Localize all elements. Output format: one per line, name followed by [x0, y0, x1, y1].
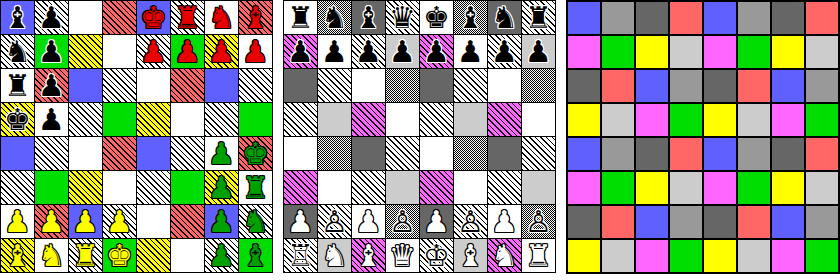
square-b7[interactable]: ♟ [318, 35, 351, 68]
square-h7[interactable]: ♟ [522, 35, 555, 68]
square-e4 [704, 138, 736, 170]
square-a7[interactable]: ♞ [1, 35, 34, 68]
square-e2[interactable]: ♟ [420, 205, 453, 238]
square-a5[interactable]: ♚ [1, 103, 34, 136]
square-c7 [636, 36, 668, 68]
square-a4[interactable] [284, 137, 317, 170]
square-d2[interactable]: ♙ [386, 205, 419, 238]
square-d4[interactable] [103, 137, 136, 170]
red-pawn: ♟ [208, 37, 235, 67]
square-e7 [704, 36, 736, 68]
white-rook: ♜ [525, 241, 552, 271]
square-a8[interactable]: ♜ [284, 1, 317, 34]
square-d1[interactable]: ♛ [386, 239, 419, 272]
white-knight: ♞ [321, 241, 348, 271]
square-b5[interactable] [318, 103, 351, 136]
square-c8 [636, 2, 668, 34]
black-knight: ♞ [491, 3, 518, 33]
black-king: ♚ [423, 3, 450, 33]
square-d5[interactable] [386, 103, 419, 136]
square-b3[interactable] [318, 171, 351, 204]
square-d4[interactable] [386, 137, 419, 170]
square-d6[interactable] [103, 69, 136, 102]
red-rook: ♜ [174, 3, 201, 33]
square-b5[interactable]: ♟ [35, 103, 68, 136]
square-f8 [738, 2, 770, 34]
square-g3[interactable]: ♟ [205, 171, 238, 204]
square-b4[interactable] [35, 137, 68, 170]
square-b6[interactable]: ♟ [35, 69, 68, 102]
square-d7[interactable] [103, 35, 136, 68]
square-g3[interactable] [488, 171, 521, 204]
square-d8 [670, 2, 702, 34]
square-e4[interactable] [137, 137, 170, 170]
square-a3[interactable] [284, 171, 317, 204]
square-h8[interactable]: ♜ [522, 1, 555, 34]
white-pawn: ♟ [491, 207, 518, 237]
square-b1[interactable]: ♞ [35, 239, 68, 272]
square-e2 [704, 206, 736, 238]
square-b5 [602, 104, 634, 136]
yellow-bishop: ♝ [4, 241, 31, 271]
square-d4 [670, 138, 702, 170]
square-a8 [568, 2, 600, 34]
black-pawn: ♟ [38, 71, 65, 101]
square-b7 [602, 36, 634, 68]
square-a6 [568, 70, 600, 102]
black-rook: ♜ [4, 71, 31, 101]
square-e5[interactable] [137, 103, 170, 136]
square-a3 [568, 172, 600, 204]
green-bishop: ♝ [242, 241, 269, 271]
square-h7 [806, 36, 838, 68]
black-pawn: ♟ [423, 37, 450, 67]
square-g5[interactable] [205, 103, 238, 136]
black-knight: ♞ [321, 3, 348, 33]
square-b6 [602, 70, 634, 102]
green-pawn: ♟ [208, 139, 235, 169]
yellow-pawn: ♟ [72, 207, 99, 237]
square-d6[interactable] [386, 69, 419, 102]
square-c6[interactable] [352, 69, 385, 102]
square-h5[interactable] [239, 103, 272, 136]
square-f6 [738, 70, 770, 102]
white-pawn: ♟ [423, 207, 450, 237]
white-rook: ♖ [287, 241, 314, 271]
black-rook: ♜ [525, 3, 552, 33]
square-c4[interactable] [69, 137, 102, 170]
square-e8 [704, 2, 736, 34]
square-a6[interactable]: ♜ [1, 69, 34, 102]
square-f2[interactable] [171, 205, 204, 238]
square-a7[interactable]: ♟ [284, 35, 317, 68]
square-g6[interactable] [205, 69, 238, 102]
black-king: ♚ [4, 105, 31, 135]
square-d3[interactable] [386, 171, 419, 204]
square-d5 [670, 104, 702, 136]
square-a2[interactable]: ♟ [1, 205, 34, 238]
green-pawn: ♟ [208, 241, 235, 271]
square-a2 [568, 206, 600, 238]
square-e3[interactable] [137, 171, 170, 204]
square-b6[interactable] [318, 69, 351, 102]
square-b2 [602, 206, 634, 238]
red-bishop: ♝ [242, 3, 269, 33]
square-e3[interactable] [420, 171, 453, 204]
red-king: ♚ [140, 3, 167, 33]
square-f8[interactable]: ♝ [454, 1, 487, 34]
square-f8[interactable]: ♜ [171, 1, 204, 34]
white-pawn: ♟ [355, 207, 382, 237]
red-knight: ♞ [208, 3, 235, 33]
square-h6 [806, 70, 838, 102]
square-a2[interactable]: ♟ [284, 205, 317, 238]
black-pawn: ♟ [38, 105, 65, 135]
white-pawn: ♟ [287, 207, 314, 237]
square-c6 [636, 70, 668, 102]
square-e2[interactable] [137, 205, 170, 238]
square-d5[interactable] [103, 103, 136, 136]
square-c1[interactable]: ♜ [69, 239, 102, 272]
square-f2 [738, 206, 770, 238]
square-f7[interactable]: ♟ [171, 35, 204, 68]
square-b4[interactable] [318, 137, 351, 170]
square-a4[interactable] [1, 137, 34, 170]
black-pawn: ♟ [38, 37, 65, 67]
square-f1 [738, 240, 770, 272]
square-b2[interactable]: ♟ [35, 205, 68, 238]
square-c1 [636, 240, 668, 272]
square-f4 [738, 138, 770, 170]
green-pawn: ♟ [208, 173, 235, 203]
black-queen: ♛ [389, 3, 416, 33]
square-g2[interactable]: ♟ [205, 205, 238, 238]
black-pawn: ♟ [287, 37, 314, 67]
square-h2 [806, 206, 838, 238]
square-g2 [772, 206, 804, 238]
square-b8 [602, 2, 634, 34]
black-bishop: ♝ [355, 3, 382, 33]
square-h2[interactable]: ♞ [239, 205, 272, 238]
black-bishop: ♝ [457, 3, 484, 33]
square-e7[interactable]: ♟ [420, 35, 453, 68]
square-e1[interactable]: ♔ [420, 239, 453, 272]
square-e7[interactable]: ♟ [137, 35, 170, 68]
square-c4 [636, 138, 668, 170]
square-b1 [602, 240, 634, 272]
black-pawn: ♟ [321, 37, 348, 67]
square-f7 [738, 36, 770, 68]
square-h6[interactable] [522, 69, 555, 102]
square-c3 [636, 172, 668, 204]
square-g3 [772, 172, 804, 204]
square-b1[interactable]: ♞ [318, 239, 351, 272]
square-a5 [568, 104, 600, 136]
square-a1[interactable]: ♝ [1, 239, 34, 272]
black-bishop: ♝ [4, 3, 31, 33]
square-f3[interactable] [454, 171, 487, 204]
square-h3[interactable]: ♜ [239, 171, 272, 204]
white-bishop: ♝ [355, 241, 382, 271]
square-c8[interactable]: ♝ [352, 1, 385, 34]
square-f4[interactable] [171, 137, 204, 170]
square-a3[interactable] [1, 171, 34, 204]
square-f5[interactable] [171, 103, 204, 136]
square-g7[interactable]: ♟ [205, 35, 238, 68]
square-f3 [738, 172, 770, 204]
square-g5[interactable] [488, 103, 521, 136]
square-b8[interactable]: ♟ [35, 1, 68, 34]
square-g7 [772, 36, 804, 68]
square-c3[interactable] [69, 171, 102, 204]
square-f2[interactable]: ♙ [454, 205, 487, 238]
black-pawn: ♟ [525, 37, 552, 67]
square-g7[interactable]: ♟ [488, 35, 521, 68]
white-pawn: ♙ [457, 207, 484, 237]
square-h2[interactable]: ♙ [522, 205, 555, 238]
board-color-legend [566, 0, 840, 274]
square-h4 [806, 138, 838, 170]
black-pawn: ♟ [491, 37, 518, 67]
square-e1 [704, 240, 736, 272]
square-h8 [806, 2, 838, 34]
square-g1 [772, 240, 804, 272]
square-e6 [704, 70, 736, 102]
square-f5[interactable] [454, 103, 487, 136]
square-e8[interactable]: ♚ [420, 1, 453, 34]
white-pawn: ♙ [525, 207, 552, 237]
square-f1[interactable] [171, 239, 204, 272]
square-d2 [670, 206, 702, 238]
green-rook: ♜ [242, 173, 269, 203]
square-g8 [772, 2, 804, 34]
square-c2 [636, 206, 668, 238]
red-pawn: ♟ [140, 37, 167, 67]
square-b2[interactable]: ♙ [318, 205, 351, 238]
square-c2[interactable]: ♟ [352, 205, 385, 238]
green-knight: ♞ [242, 207, 269, 237]
square-c4[interactable] [352, 137, 385, 170]
yellow-knight: ♞ [38, 241, 65, 271]
square-f5 [738, 104, 770, 136]
square-g6 [772, 70, 804, 102]
square-c7[interactable]: ♟ [352, 35, 385, 68]
yellow-pawn: ♟ [4, 207, 31, 237]
square-h1 [806, 240, 838, 272]
square-a5[interactable] [284, 103, 317, 136]
square-b7[interactable]: ♟ [35, 35, 68, 68]
square-c5[interactable] [352, 103, 385, 136]
black-rook: ♜ [287, 3, 314, 33]
green-king: ♚ [242, 139, 269, 169]
square-e8[interactable]: ♚ [137, 1, 170, 34]
square-h4[interactable]: ♚ [239, 137, 272, 170]
yellow-pawn: ♟ [38, 207, 65, 237]
square-b4 [602, 138, 634, 170]
square-d7[interactable]: ♟ [386, 35, 419, 68]
square-a4 [568, 138, 600, 170]
black-pawn: ♟ [355, 37, 382, 67]
red-pawn: ♟ [174, 37, 201, 67]
square-f3[interactable] [171, 171, 204, 204]
square-e6[interactable] [420, 69, 453, 102]
green-pawn: ♟ [208, 207, 235, 237]
square-d8[interactable] [103, 1, 136, 34]
square-e1[interactable] [137, 239, 170, 272]
square-g6[interactable] [488, 69, 521, 102]
square-h1[interactable]: ♜ [522, 239, 555, 272]
square-h1[interactable]: ♝ [239, 239, 272, 272]
square-g4[interactable] [488, 137, 521, 170]
square-d1 [670, 240, 702, 272]
square-d7 [670, 36, 702, 68]
square-h7[interactable]: ♟ [239, 35, 272, 68]
yellow-king: ♚ [106, 241, 133, 271]
square-e4[interactable] [420, 137, 453, 170]
square-e3 [704, 172, 736, 204]
square-c1[interactable]: ♝ [352, 239, 385, 272]
square-h5 [806, 104, 838, 136]
square-h6[interactable] [239, 69, 272, 102]
square-g1[interactable]: ♟ [205, 239, 238, 272]
square-c8[interactable] [69, 1, 102, 34]
square-b3[interactable] [35, 171, 68, 204]
board-standard-mono: ♜♞♝♛♚♝♞♜♟♟♟♟♟♟♟♟♟♙♟♙♟♙♟♙♖♞♝♛♔♝♞♜ [283, 0, 556, 273]
square-c6[interactable] [69, 69, 102, 102]
square-d6 [670, 70, 702, 102]
white-bishop: ♝ [457, 241, 484, 271]
square-d8[interactable]: ♛ [386, 1, 419, 34]
black-knight: ♞ [4, 37, 31, 67]
square-d3 [670, 172, 702, 204]
black-pawn: ♟ [389, 37, 416, 67]
square-g5 [772, 104, 804, 136]
square-f1[interactable]: ♝ [454, 239, 487, 272]
yellow-pawn: ♟ [106, 207, 133, 237]
square-b3 [602, 172, 634, 204]
square-e5 [704, 104, 736, 136]
square-c2[interactable]: ♟ [69, 205, 102, 238]
square-f7[interactable]: ♟ [454, 35, 487, 68]
square-a7 [568, 36, 600, 68]
square-f4[interactable] [454, 137, 487, 170]
square-h4[interactable] [522, 137, 555, 170]
black-pawn: ♟ [38, 3, 65, 33]
square-e5[interactable] [420, 103, 453, 136]
square-d2[interactable]: ♟ [103, 205, 136, 238]
board-chaturaji-color: ♝♟♚♜♞♝♞♟♟♟♟♟♜♟♚♟♟♚♟♜♟♟♟♟♟♞♝♞♜♚♟♝ [0, 0, 273, 273]
square-g4 [772, 138, 804, 170]
yellow-rook: ♜ [72, 241, 99, 271]
square-g8[interactable]: ♞ [488, 1, 521, 34]
white-queen: ♛ [389, 241, 416, 271]
square-f6[interactable] [171, 69, 204, 102]
square-f6[interactable] [454, 69, 487, 102]
square-c5[interactable] [69, 103, 102, 136]
white-knight: ♞ [491, 241, 518, 271]
square-h8[interactable]: ♝ [239, 1, 272, 34]
square-c5 [636, 104, 668, 136]
square-c7[interactable] [69, 35, 102, 68]
square-h3[interactable] [522, 171, 555, 204]
square-e6[interactable] [137, 69, 170, 102]
square-h3 [806, 172, 838, 204]
square-d3[interactable] [103, 171, 136, 204]
square-g4[interactable]: ♟ [205, 137, 238, 170]
square-d1[interactable]: ♚ [103, 239, 136, 272]
square-a1 [568, 240, 600, 272]
square-g1[interactable]: ♞ [488, 239, 521, 272]
white-king: ♔ [423, 241, 450, 271]
square-a6[interactable] [284, 69, 317, 102]
square-g8[interactable]: ♞ [205, 1, 238, 34]
white-pawn: ♙ [321, 207, 348, 237]
square-b8[interactable]: ♞ [318, 1, 351, 34]
square-g2[interactable]: ♟ [488, 205, 521, 238]
black-pawn: ♟ [457, 37, 484, 67]
square-a1[interactable]: ♖ [284, 239, 317, 272]
white-pawn: ♙ [389, 207, 416, 237]
red-pawn: ♟ [242, 37, 269, 67]
square-c3[interactable] [352, 171, 385, 204]
square-h5[interactable] [522, 103, 555, 136]
square-a8[interactable]: ♝ [1, 1, 34, 34]
